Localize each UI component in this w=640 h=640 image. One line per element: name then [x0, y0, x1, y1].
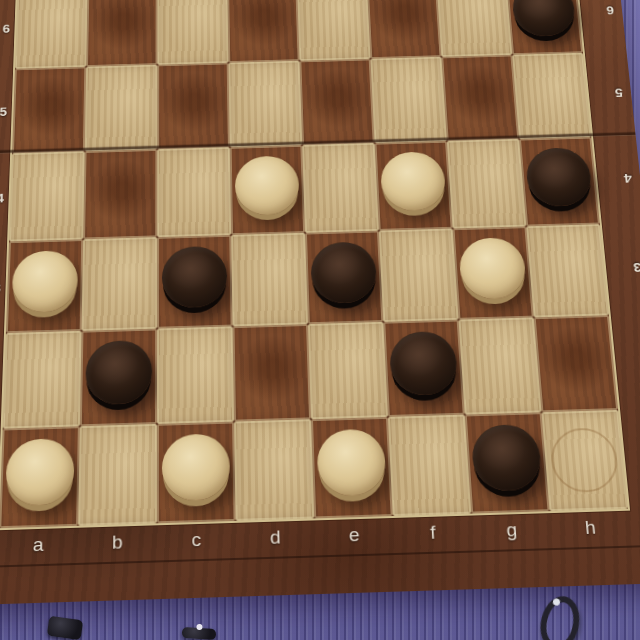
square-a6[interactable] — [15, 0, 88, 69]
square-f6[interactable] — [367, 0, 442, 59]
square-d1[interactable] — [234, 419, 314, 521]
checker-dark-h6[interactable] — [511, 0, 577, 37]
checker-light-g3[interactable] — [458, 237, 527, 300]
square-b6[interactable] — [86, 0, 157, 67]
checker-light-a1[interactable] — [5, 438, 75, 506]
square-d3[interactable] — [231, 233, 308, 327]
square-f2[interactable] — [383, 320, 464, 417]
square-f3[interactable] — [379, 229, 459, 322]
square-g3[interactable] — [453, 226, 534, 319]
checker-light-d4[interactable] — [235, 155, 300, 215]
square-c2[interactable] — [157, 326, 234, 424]
checker-dark-e3[interactable] — [310, 241, 377, 304]
square-h6[interactable] — [506, 0, 583, 55]
file-label-f: f — [393, 514, 474, 552]
square-c6[interactable] — [157, 0, 228, 65]
piece-ring-mark — [549, 427, 620, 493]
hinge-hardware — [47, 616, 83, 640]
square-f1[interactable] — [388, 415, 471, 516]
file-label-a: a — [0, 526, 78, 565]
square-d5[interactable] — [228, 61, 302, 147]
checker-dark-b2[interactable] — [85, 340, 152, 405]
square-e6[interactable] — [297, 0, 371, 61]
file-label-d: d — [236, 518, 316, 557]
square-e2[interactable] — [308, 322, 388, 419]
square-h3[interactable] — [526, 224, 609, 317]
square-h4[interactable] — [519, 137, 600, 227]
rank-label-6: 6 — [0, 0, 18, 70]
square-g4[interactable] — [447, 139, 526, 229]
square-b3[interactable] — [82, 237, 158, 331]
square-c5[interactable] — [157, 63, 230, 149]
photo-stage: 87654321 87654321 abcdefgh abcdefgh — [0, 0, 640, 640]
square-b2[interactable] — [80, 329, 157, 427]
checker-dark-g1[interactable] — [470, 424, 542, 492]
rank-label-5: 5 — [583, 52, 636, 137]
square-d6[interactable] — [227, 0, 299, 63]
file-label-h: h — [550, 509, 632, 547]
square-e3[interactable] — [305, 231, 383, 324]
rank-label-6: 6 — [575, 0, 626, 53]
square-d2[interactable] — [233, 324, 311, 421]
checker-light-a3[interactable] — [11, 250, 78, 313]
square-e1[interactable] — [311, 417, 393, 519]
file-label-c: c — [157, 521, 236, 560]
checkers-board: 87654321 87654321 abcdefgh abcdefgh — [0, 0, 640, 606]
file-label-g: g — [471, 511, 552, 549]
square-g1[interactable] — [465, 412, 550, 513]
checker-dark-h4[interactable] — [525, 147, 594, 207]
square-c1[interactable] — [157, 422, 236, 524]
square-g2[interactable] — [459, 317, 542, 414]
hinge-hardware — [182, 627, 217, 640]
square-f5[interactable] — [370, 57, 446, 143]
square-a2[interactable] — [3, 331, 82, 429]
rank-label-4: 4 — [591, 136, 640, 225]
square-b1[interactable] — [78, 424, 157, 526]
file-label-b: b — [77, 523, 156, 562]
square-g5[interactable] — [441, 55, 519, 141]
square-b5[interactable] — [85, 65, 158, 152]
square-f4[interactable] — [375, 141, 453, 231]
square-c4[interactable] — [157, 147, 231, 237]
checker-light-f4[interactable] — [380, 151, 447, 211]
checker-dark-f2[interactable] — [389, 331, 459, 396]
checker-light-c1[interactable] — [162, 433, 230, 501]
square-a5[interactable] — [12, 67, 86, 154]
checker-dark-c3[interactable] — [162, 246, 228, 309]
square-a1[interactable] — [0, 426, 80, 528]
checker-light-e1[interactable] — [316, 429, 386, 497]
square-c3[interactable] — [157, 235, 232, 329]
square-e4[interactable] — [302, 143, 379, 233]
file-label-e: e — [314, 516, 394, 554]
square-d4[interactable] — [230, 145, 305, 235]
square-h1[interactable] — [541, 410, 627, 511]
square-a3[interactable] — [6, 239, 83, 333]
square-h2[interactable] — [534, 315, 618, 412]
square-e5[interactable] — [299, 59, 374, 145]
square-b4[interactable] — [83, 149, 157, 239]
square-a4[interactable] — [9, 151, 85, 241]
square-g6[interactable] — [436, 0, 512, 57]
square-h5[interactable] — [512, 53, 591, 139]
clasp-hardware — [535, 592, 585, 640]
playing-area — [0, 0, 628, 528]
